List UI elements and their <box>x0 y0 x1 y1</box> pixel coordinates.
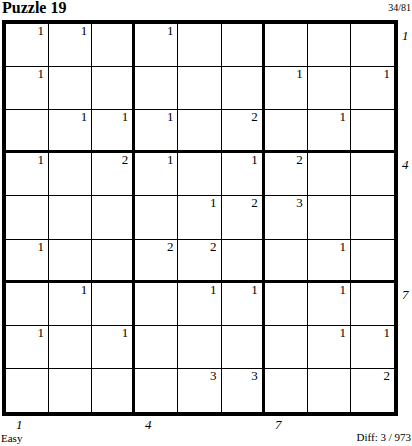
cell-r4c1[interactable]: 1 <box>6 153 49 196</box>
cell-r2c9[interactable]: 1 <box>351 67 394 110</box>
cell-clue: 2 <box>167 240 174 254</box>
cell-clue: 1 <box>81 283 88 297</box>
cell-r5c9[interactable] <box>351 196 394 239</box>
cell-r6c9[interactable] <box>351 240 394 283</box>
cell-r3c9[interactable] <box>351 110 394 153</box>
cell-r6c7[interactable] <box>265 240 308 283</box>
cell-r2c3[interactable] <box>92 67 135 110</box>
clue-counter: 34/81 <box>388 2 411 13</box>
cell-clue: 1 <box>38 67 45 81</box>
cell-r6c5[interactable]: 2 <box>178 240 221 283</box>
difficulty-label: Easy <box>1 432 22 444</box>
cell-r2c8[interactable] <box>308 67 351 110</box>
cell-r9c1[interactable] <box>6 369 49 412</box>
cell-r5c8[interactable] <box>308 196 351 239</box>
cell-r7c5[interactable]: 1 <box>178 283 221 326</box>
cell-clue: 1 <box>38 153 45 167</box>
cell-r7c7[interactable] <box>265 283 308 326</box>
cell-clue: 3 <box>251 369 258 383</box>
cell-clue: 1 <box>81 110 88 124</box>
cell-clue: 1 <box>383 67 390 81</box>
cell-r6c6[interactable] <box>222 240 265 283</box>
cell-r4c5[interactable] <box>178 153 221 196</box>
cell-r2c2[interactable] <box>49 67 92 110</box>
cell-clue: 3 <box>210 369 217 383</box>
row-label-7: 7 <box>402 288 409 301</box>
cell-clue: 1 <box>167 110 174 124</box>
cell-clue: 1 <box>210 196 217 210</box>
cell-clue: 2 <box>251 110 258 124</box>
cell-r7c3[interactable] <box>92 283 135 326</box>
cell-r6c4[interactable]: 2 <box>135 240 178 283</box>
cell-r5c1[interactable] <box>6 196 49 239</box>
cell-clue: 1 <box>296 67 303 81</box>
cell-r4c3[interactable]: 2 <box>92 153 135 196</box>
cell-r8c2[interactable] <box>49 326 92 369</box>
cell-r6c1[interactable]: 1 <box>6 240 49 283</box>
cell-r8c7[interactable] <box>265 326 308 369</box>
cell-r9c3[interactable] <box>92 369 135 412</box>
cell-r3c8[interactable]: 1 <box>308 110 351 153</box>
cell-clue: 2 <box>251 196 258 210</box>
cell-r7c2[interactable]: 1 <box>49 283 92 326</box>
cell-r8c8[interactable]: 1 <box>308 326 351 369</box>
cell-r4c9[interactable] <box>351 153 394 196</box>
row-label-4: 4 <box>402 158 409 171</box>
cell-r1c7[interactable] <box>265 24 308 67</box>
board: 1111111112112112123122111111111332 <box>2 20 398 416</box>
cell-r2c6[interactable] <box>222 67 265 110</box>
cell-clue: 1 <box>38 326 45 340</box>
cell-r9c8[interactable] <box>308 369 351 412</box>
cell-r7c6[interactable]: 1 <box>222 283 265 326</box>
cell-clue: 2 <box>383 369 390 383</box>
cell-r3c7[interactable] <box>265 110 308 153</box>
cell-r7c8[interactable]: 1 <box>308 283 351 326</box>
cell-clue: 1 <box>38 24 45 38</box>
cell-clue: 1 <box>38 240 45 254</box>
cell-r9c9[interactable]: 2 <box>351 369 394 412</box>
cell-clue: 1 <box>383 326 390 340</box>
cell-r8c6[interactable] <box>222 326 265 369</box>
col-label-7: 7 <box>275 418 282 431</box>
cell-r9c7[interactable] <box>265 369 308 412</box>
cell-clue: 2 <box>296 153 303 167</box>
cell-r2c1[interactable]: 1 <box>6 67 49 110</box>
cell-r4c4[interactable]: 1 <box>135 153 178 196</box>
cell-r4c6[interactable]: 1 <box>222 153 265 196</box>
col-label-1: 1 <box>16 418 23 431</box>
cell-r3c2[interactable]: 1 <box>49 110 92 153</box>
cell-r8c5[interactable] <box>178 326 221 369</box>
cell-r2c4[interactable] <box>135 67 178 110</box>
row-label-1: 1 <box>402 29 409 42</box>
cell-r8c3[interactable]: 1 <box>92 326 135 369</box>
cell-r4c2[interactable] <box>49 153 92 196</box>
cell-r4c7[interactable]: 2 <box>265 153 308 196</box>
cell-clue: 2 <box>210 240 217 254</box>
cell-r2c5[interactable] <box>178 67 221 110</box>
cell-clue: 1 <box>210 283 217 297</box>
diff-rating: Diff: 3 / 973 <box>357 431 412 443</box>
cell-r9c2[interactable] <box>49 369 92 412</box>
cell-r3c4[interactable]: 1 <box>135 110 178 153</box>
cell-r3c6[interactable]: 2 <box>222 110 265 153</box>
cell-r5c6[interactable]: 2 <box>222 196 265 239</box>
cell-r8c4[interactable] <box>135 326 178 369</box>
cell-clue: 1 <box>167 24 174 38</box>
cell-r1c3[interactable] <box>92 24 135 67</box>
cell-clue: 1 <box>122 110 129 124</box>
cell-r1c2[interactable]: 1 <box>49 24 92 67</box>
cell-clue: 1 <box>122 326 129 340</box>
cell-clue: 1 <box>339 283 346 297</box>
cell-r5c3[interactable] <box>92 196 135 239</box>
cell-r3c3[interactable]: 1 <box>92 110 135 153</box>
cell-clue: 1 <box>167 153 174 167</box>
cell-r5c4[interactable] <box>135 196 178 239</box>
cell-r1c9[interactable] <box>351 24 394 67</box>
cell-r1c1[interactable]: 1 <box>6 24 49 67</box>
cell-r7c1[interactable] <box>6 283 49 326</box>
puzzle-page: Puzzle 19 34/81 111111111211211212312211… <box>0 0 412 446</box>
cell-r1c4[interactable]: 1 <box>135 24 178 67</box>
cell-r1c5[interactable] <box>178 24 221 67</box>
cell-r5c5[interactable]: 1 <box>178 196 221 239</box>
cell-r9c6[interactable]: 3 <box>222 369 265 412</box>
col-label-4: 4 <box>145 418 152 431</box>
cell-r8c9[interactable]: 1 <box>351 326 394 369</box>
cell-clue: 3 <box>296 196 303 210</box>
cell-clue: 1 <box>251 153 258 167</box>
page-title: Puzzle 19 <box>2 0 66 17</box>
cell-r5c7[interactable]: 3 <box>265 196 308 239</box>
cell-r4c8[interactable] <box>308 153 351 196</box>
cell-clue: 1 <box>339 326 346 340</box>
cell-r1c6[interactable] <box>222 24 265 67</box>
cell-r9c5[interactable]: 3 <box>178 369 221 412</box>
cell-r3c5[interactable] <box>178 110 221 153</box>
cell-clue: 1 <box>81 24 88 38</box>
cell-clue: 1 <box>339 110 346 124</box>
cell-r6c3[interactable] <box>92 240 135 283</box>
cell-r6c8[interactable]: 1 <box>308 240 351 283</box>
cell-r6c2[interactable] <box>49 240 92 283</box>
cell-r5c2[interactable] <box>49 196 92 239</box>
cell-clue: 2 <box>122 153 129 167</box>
cell-r7c9[interactable] <box>351 283 394 326</box>
cell-clue: 1 <box>339 240 346 254</box>
cell-r8c1[interactable]: 1 <box>6 326 49 369</box>
cell-r7c4[interactable] <box>135 283 178 326</box>
cell-r9c4[interactable] <box>135 369 178 412</box>
cell-r3c1[interactable] <box>6 110 49 153</box>
cell-r1c8[interactable] <box>308 24 351 67</box>
cell-r2c7[interactable]: 1 <box>265 67 308 110</box>
cell-clue: 1 <box>251 283 258 297</box>
